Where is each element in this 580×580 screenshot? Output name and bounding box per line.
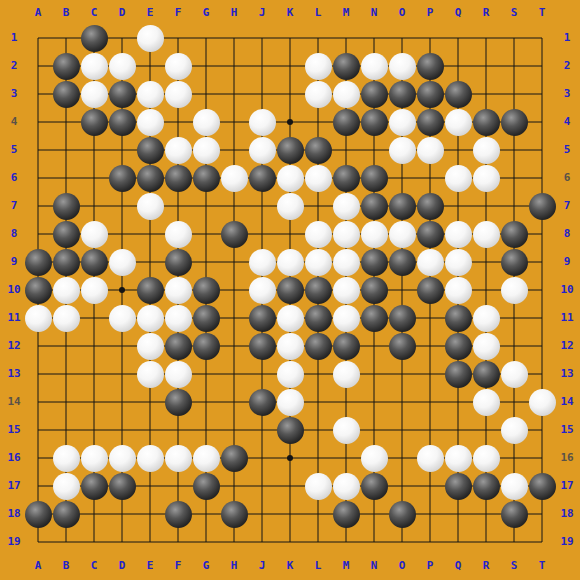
board-intersection-D9[interactable] (108, 248, 136, 276)
board-intersection-Q4[interactable] (444, 108, 472, 136)
board-intersection-L6[interactable] (304, 164, 332, 192)
board-intersection-E7[interactable] (136, 192, 164, 220)
board-intersection-L10[interactable] (304, 276, 332, 304)
coord-label-left-5: 5 (11, 144, 18, 156)
coord-label-left-13: 13 (7, 368, 20, 380)
board-intersection-L8[interactable] (304, 220, 332, 248)
board-intersection-B11[interactable] (52, 304, 80, 332)
white-stone (165, 361, 192, 388)
board-intersection-K9[interactable] (276, 248, 304, 276)
board-intersection-F11[interactable] (164, 304, 192, 332)
white-stone (165, 81, 192, 108)
coord-label-bottom-M: M (343, 560, 350, 572)
black-stone (221, 221, 248, 248)
board-intersection-S8[interactable] (500, 220, 528, 248)
go-board[interactable] (24, 24, 556, 556)
board-intersection-F5[interactable] (164, 136, 192, 164)
white-stone (333, 277, 360, 304)
board-intersection-M3[interactable] (332, 80, 360, 108)
coord-label-left-12: 12 (7, 340, 20, 352)
white-stone (473, 445, 500, 472)
go-board-app: AABBCCDDEEFFGGHHJJKKLLMMNNOOPPQQRRSSTT11… (0, 0, 580, 580)
board-intersection-N10[interactable] (360, 276, 388, 304)
board-intersection-E16[interactable] (136, 444, 164, 472)
white-stone (109, 445, 136, 472)
board-intersection-F18[interactable] (164, 500, 192, 528)
board-intersection-B9[interactable] (52, 248, 80, 276)
board-intersection-D4[interactable] (108, 108, 136, 136)
coord-label-bottom-F: F (175, 560, 182, 572)
board-intersection-O8[interactable] (388, 220, 416, 248)
board-intersection-D6[interactable] (108, 164, 136, 192)
board-intersection-Q3[interactable] (444, 80, 472, 108)
white-stone (249, 109, 276, 136)
coord-label-top-D: D (119, 7, 126, 19)
board-intersection-P2[interactable] (416, 52, 444, 80)
board-intersection-A10[interactable] (24, 276, 52, 304)
board-intersection-H6[interactable] (220, 164, 248, 192)
board-intersection-J5[interactable] (248, 136, 276, 164)
coord-label-right-17: 17 (560, 480, 573, 492)
white-stone (501, 277, 528, 304)
board-intersection-P7[interactable] (416, 192, 444, 220)
board-intersection-R13[interactable] (472, 360, 500, 388)
coord-label-right-9: 9 (564, 256, 571, 268)
board-intersection-G11[interactable] (192, 304, 220, 332)
white-stone (417, 137, 444, 164)
black-stone (53, 249, 80, 276)
black-stone (165, 165, 192, 192)
board-intersection-C8[interactable] (80, 220, 108, 248)
board-intersection-R8[interactable] (472, 220, 500, 248)
board-intersection-T14[interactable] (528, 388, 556, 416)
board-intersection-L11[interactable] (304, 304, 332, 332)
board-intersection-N17[interactable] (360, 472, 388, 500)
board-intersection-K7[interactable] (276, 192, 304, 220)
board-intersection-K6[interactable] (276, 164, 304, 192)
board-intersection-P10[interactable] (416, 276, 444, 304)
board-intersection-A18[interactable] (24, 500, 52, 528)
board-intersection-E6[interactable] (136, 164, 164, 192)
white-stone (81, 53, 108, 80)
coord-label-top-Q: Q (455, 7, 462, 19)
board-intersection-E11[interactable] (136, 304, 164, 332)
black-stone (361, 249, 388, 276)
coord-label-bottom-R: R (483, 560, 490, 572)
coord-label-bottom-E: E (147, 560, 154, 572)
board-intersection-L12[interactable] (304, 332, 332, 360)
coord-label-left-17: 17 (7, 480, 20, 492)
black-stone (249, 389, 276, 416)
white-stone (389, 109, 416, 136)
black-stone (501, 501, 528, 528)
coord-label-left-4: 4 (11, 116, 18, 128)
board-intersection-C17[interactable] (80, 472, 108, 500)
board-intersection-G17[interactable] (192, 472, 220, 500)
board-intersection-F6[interactable] (164, 164, 192, 192)
coord-label-top-R: R (483, 7, 490, 19)
board-intersection-M2[interactable] (332, 52, 360, 80)
white-stone (81, 277, 108, 304)
board-intersection-T7[interactable] (528, 192, 556, 220)
board-intersection-P9[interactable] (416, 248, 444, 276)
board-intersection-D2[interactable] (108, 52, 136, 80)
white-stone (501, 417, 528, 444)
black-stone (473, 109, 500, 136)
board-intersection-M4[interactable] (332, 108, 360, 136)
board-intersection-O5[interactable] (388, 136, 416, 164)
board-intersection-P4[interactable] (416, 108, 444, 136)
coord-label-bottom-A: A (35, 560, 42, 572)
board-intersection-J9[interactable] (248, 248, 276, 276)
white-stone (361, 221, 388, 248)
board-intersection-H18[interactable] (220, 500, 248, 528)
board-intersection-S17[interactable] (500, 472, 528, 500)
black-stone (305, 277, 332, 304)
board-intersection-R6[interactable] (472, 164, 500, 192)
board-intersection-R14[interactable] (472, 388, 500, 416)
coord-label-right-7: 7 (564, 200, 571, 212)
black-stone (389, 501, 416, 528)
white-stone (165, 137, 192, 164)
black-stone (389, 81, 416, 108)
board-intersection-O2[interactable] (388, 52, 416, 80)
black-stone (417, 109, 444, 136)
coord-label-top-P: P (427, 7, 434, 19)
board-intersection-K12[interactable] (276, 332, 304, 360)
white-stone (361, 445, 388, 472)
board-intersection-L17[interactable] (304, 472, 332, 500)
board-intersection-L3[interactable] (304, 80, 332, 108)
board-intersection-O18[interactable] (388, 500, 416, 528)
board-intersection-O7[interactable] (388, 192, 416, 220)
white-stone (249, 277, 276, 304)
board-intersection-R17[interactable] (472, 472, 500, 500)
board-intersection-E4[interactable] (136, 108, 164, 136)
board-intersection-Q8[interactable] (444, 220, 472, 248)
board-intersection-H8[interactable] (220, 220, 248, 248)
board-intersection-N9[interactable] (360, 248, 388, 276)
coord-label-left-9: 9 (11, 256, 18, 268)
board-intersection-M9[interactable] (332, 248, 360, 276)
white-stone (473, 333, 500, 360)
board-intersection-J10[interactable] (248, 276, 276, 304)
board-intersection-Q16[interactable] (444, 444, 472, 472)
black-stone (53, 53, 80, 80)
board-intersection-J12[interactable] (248, 332, 276, 360)
board-intersection-D17[interactable] (108, 472, 136, 500)
board-intersection-B17[interactable] (52, 472, 80, 500)
coord-label-right-14: 14 (560, 396, 573, 408)
board-intersection-O4[interactable] (388, 108, 416, 136)
board-intersection-O3[interactable] (388, 80, 416, 108)
coord-label-left-8: 8 (11, 228, 18, 240)
black-stone (249, 305, 276, 332)
board-intersection-Q11[interactable] (444, 304, 472, 332)
board-intersection-G16[interactable] (192, 444, 220, 472)
coord-label-top-T: T (539, 7, 546, 19)
board-intersection-F2[interactable] (164, 52, 192, 80)
board-intersection-F9[interactable] (164, 248, 192, 276)
white-stone (305, 221, 332, 248)
board-intersection-J14[interactable] (248, 388, 276, 416)
coord-label-left-10: 10 (7, 284, 20, 296)
black-stone (445, 305, 472, 332)
board-intersection-M12[interactable] (332, 332, 360, 360)
board-intersection-M17[interactable] (332, 472, 360, 500)
black-stone (81, 473, 108, 500)
white-stone (473, 389, 500, 416)
board-intersection-T17[interactable] (528, 472, 556, 500)
black-stone (81, 109, 108, 136)
white-stone (473, 305, 500, 332)
board-intersection-C2[interactable] (80, 52, 108, 80)
black-stone (53, 501, 80, 528)
board-intersection-F14[interactable] (164, 388, 192, 416)
black-stone (333, 109, 360, 136)
board-intersection-M6[interactable] (332, 164, 360, 192)
board-intersection-B18[interactable] (52, 500, 80, 528)
white-stone (109, 305, 136, 332)
board-intersection-J6[interactable] (248, 164, 276, 192)
board-intersection-Q13[interactable] (444, 360, 472, 388)
black-stone (417, 277, 444, 304)
board-intersection-S15[interactable] (500, 416, 528, 444)
coord-label-right-2: 2 (564, 60, 571, 72)
board-intersection-A9[interactable] (24, 248, 52, 276)
white-stone (277, 165, 304, 192)
coord-label-left-7: 7 (11, 200, 18, 212)
black-stone (193, 165, 220, 192)
white-stone (109, 249, 136, 276)
board-intersection-D3[interactable] (108, 80, 136, 108)
coord-label-right-8: 8 (564, 228, 571, 240)
board-intersection-E5[interactable] (136, 136, 164, 164)
white-stone (473, 137, 500, 164)
board-intersection-Q12[interactable] (444, 332, 472, 360)
board-intersection-N16[interactable] (360, 444, 388, 472)
coord-label-bottom-L: L (315, 560, 322, 572)
board-intersection-K13[interactable] (276, 360, 304, 388)
board-intersection-C1[interactable] (80, 24, 108, 52)
board-intersection-C4[interactable] (80, 108, 108, 136)
board-intersection-B10[interactable] (52, 276, 80, 304)
board-intersection-C16[interactable] (80, 444, 108, 472)
board-intersection-B7[interactable] (52, 192, 80, 220)
board-intersection-F12[interactable] (164, 332, 192, 360)
white-stone (445, 165, 472, 192)
white-stone (165, 445, 192, 472)
board-intersection-L9[interactable] (304, 248, 332, 276)
board-intersection-N3[interactable] (360, 80, 388, 108)
board-intersection-B16[interactable] (52, 444, 80, 472)
board-intersection-P3[interactable] (416, 80, 444, 108)
board-intersection-J4[interactable] (248, 108, 276, 136)
coord-label-left-15: 15 (7, 424, 20, 436)
board-intersection-M11[interactable] (332, 304, 360, 332)
board-intersection-Q6[interactable] (444, 164, 472, 192)
white-stone (277, 193, 304, 220)
white-stone (333, 81, 360, 108)
board-intersection-R5[interactable] (472, 136, 500, 164)
board-intersection-E12[interactable] (136, 332, 164, 360)
board-intersection-M10[interactable] (332, 276, 360, 304)
board-intersection-N8[interactable] (360, 220, 388, 248)
coord-label-top-F: F (175, 7, 182, 19)
white-stone (137, 81, 164, 108)
board-intersection-N6[interactable] (360, 164, 388, 192)
white-stone (445, 277, 472, 304)
board-intersection-G4[interactable] (192, 108, 220, 136)
coord-label-top-L: L (315, 7, 322, 19)
board-intersection-R12[interactable] (472, 332, 500, 360)
white-stone (305, 249, 332, 276)
board-intersection-P8[interactable] (416, 220, 444, 248)
coord-label-left-18: 18 (7, 508, 20, 520)
black-stone (165, 501, 192, 528)
white-stone (277, 249, 304, 276)
board-intersection-B8[interactable] (52, 220, 80, 248)
board-intersection-G5[interactable] (192, 136, 220, 164)
board-intersection-O9[interactable] (388, 248, 416, 276)
black-stone (53, 81, 80, 108)
board-intersection-D16[interactable] (108, 444, 136, 472)
board-intersection-K15[interactable] (276, 416, 304, 444)
board-intersection-S13[interactable] (500, 360, 528, 388)
board-intersection-B3[interactable] (52, 80, 80, 108)
coord-label-top-H: H (231, 7, 238, 19)
coord-label-right-18: 18 (560, 508, 573, 520)
coord-label-right-16: 16 (560, 452, 573, 464)
board-intersection-C10[interactable] (80, 276, 108, 304)
board-intersection-E3[interactable] (136, 80, 164, 108)
board-intersection-S10[interactable] (500, 276, 528, 304)
board-intersection-E10[interactable] (136, 276, 164, 304)
coord-label-bottom-K: K (287, 560, 294, 572)
board-intersection-O11[interactable] (388, 304, 416, 332)
black-stone (53, 193, 80, 220)
black-stone (165, 389, 192, 416)
coord-label-right-19: 19 (560, 536, 573, 548)
board-intersection-H16[interactable] (220, 444, 248, 472)
board-intersection-K5[interactable] (276, 136, 304, 164)
coord-label-left-19: 19 (7, 536, 20, 548)
board-intersection-R16[interactable] (472, 444, 500, 472)
board-intersection-M13[interactable] (332, 360, 360, 388)
black-stone (165, 249, 192, 276)
board-intersection-P16[interactable] (416, 444, 444, 472)
white-stone (249, 137, 276, 164)
board-intersection-E13[interactable] (136, 360, 164, 388)
board-intersection-K10[interactable] (276, 276, 304, 304)
board-intersection-G10[interactable] (192, 276, 220, 304)
white-stone (221, 165, 248, 192)
black-stone (137, 137, 164, 164)
board-intersection-Q9[interactable] (444, 248, 472, 276)
coord-label-right-12: 12 (560, 340, 573, 352)
board-intersection-S4[interactable] (500, 108, 528, 136)
white-stone (305, 473, 332, 500)
white-stone (165, 53, 192, 80)
board-intersection-S18[interactable] (500, 500, 528, 528)
board-intersection-K11[interactable] (276, 304, 304, 332)
white-stone (361, 53, 388, 80)
board-intersection-L2[interactable] (304, 52, 332, 80)
board-intersection-P5[interactable] (416, 136, 444, 164)
black-stone (417, 81, 444, 108)
board-intersection-N2[interactable] (360, 52, 388, 80)
board-intersection-A11[interactable] (24, 304, 52, 332)
coord-label-bottom-B: B (63, 560, 70, 572)
white-stone (53, 473, 80, 500)
board-intersection-M7[interactable] (332, 192, 360, 220)
white-stone (333, 193, 360, 220)
board-intersection-K14[interactable] (276, 388, 304, 416)
white-stone (417, 249, 444, 276)
white-stone (305, 165, 332, 192)
board-intersection-J11[interactable] (248, 304, 276, 332)
black-stone (137, 277, 164, 304)
black-stone (137, 165, 164, 192)
board-intersection-F3[interactable] (164, 80, 192, 108)
board-intersection-Q10[interactable] (444, 276, 472, 304)
board-intersection-E1[interactable] (136, 24, 164, 52)
black-stone (221, 501, 248, 528)
board-intersection-M15[interactable] (332, 416, 360, 444)
board-intersection-R4[interactable] (472, 108, 500, 136)
board-intersection-B2[interactable] (52, 52, 80, 80)
board-intersection-N11[interactable] (360, 304, 388, 332)
black-stone (445, 333, 472, 360)
board-intersection-G12[interactable] (192, 332, 220, 360)
black-stone (361, 305, 388, 332)
white-stone (193, 137, 220, 164)
coord-label-bottom-J: J (259, 560, 266, 572)
board-intersection-N7[interactable] (360, 192, 388, 220)
board-intersection-N4[interactable] (360, 108, 388, 136)
board-intersection-C9[interactable] (80, 248, 108, 276)
black-stone (389, 193, 416, 220)
board-intersection-F8[interactable] (164, 220, 192, 248)
black-stone (305, 305, 332, 332)
coord-label-left-11: 11 (7, 312, 20, 324)
white-stone (165, 221, 192, 248)
board-intersection-M8[interactable] (332, 220, 360, 248)
board-intersection-S9[interactable] (500, 248, 528, 276)
board-intersection-G6[interactable] (192, 164, 220, 192)
board-intersection-O12[interactable] (388, 332, 416, 360)
black-stone (193, 473, 220, 500)
board-intersection-M18[interactable] (332, 500, 360, 528)
board-intersection-L5[interactable] (304, 136, 332, 164)
black-stone (445, 473, 472, 500)
board-intersection-C3[interactable] (80, 80, 108, 108)
board-intersection-D11[interactable] (108, 304, 136, 332)
board-intersection-F10[interactable] (164, 276, 192, 304)
board-intersection-R11[interactable] (472, 304, 500, 332)
coord-label-top-M: M (343, 7, 350, 19)
black-stone (193, 333, 220, 360)
board-intersection-F16[interactable] (164, 444, 192, 472)
black-stone (333, 53, 360, 80)
white-stone (81, 445, 108, 472)
white-stone (333, 473, 360, 500)
board-intersection-F13[interactable] (164, 360, 192, 388)
board-intersection-Q17[interactable] (444, 472, 472, 500)
black-stone (277, 277, 304, 304)
white-stone (137, 361, 164, 388)
black-stone (53, 221, 80, 248)
